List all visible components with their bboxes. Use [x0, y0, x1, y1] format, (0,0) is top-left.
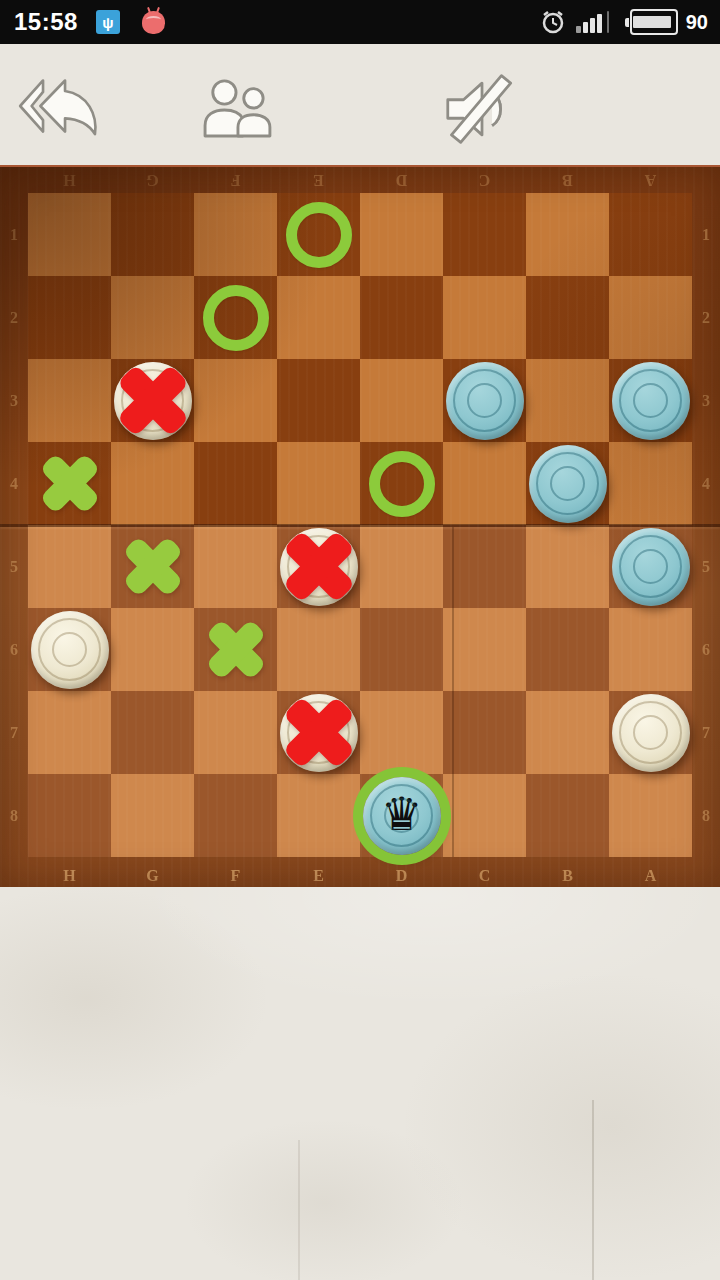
- file-labels-bottom: HGFEDCBA: [28, 861, 692, 890]
- file-label-G: G: [111, 167, 194, 193]
- square-A8: [609, 774, 692, 857]
- square-H2[interactable]: [28, 276, 111, 359]
- square-E8: [277, 774, 360, 857]
- rank-label-6: 6: [692, 608, 720, 691]
- rank-label-2: 2: [692, 276, 720, 359]
- square-D2[interactable]: [360, 276, 443, 359]
- square-B2[interactable]: [526, 276, 609, 359]
- rank-label-1: 1: [0, 193, 28, 276]
- square-E1[interactable]: [277, 193, 360, 276]
- file-label-F: F: [194, 167, 277, 193]
- capture-mark-red-x-E5: [281, 529, 357, 605]
- square-B5: [526, 525, 609, 608]
- square-H3: [28, 359, 111, 442]
- capture-mark-red-x-E7: [281, 695, 357, 771]
- file-label-A: A: [609, 861, 692, 890]
- square-D8[interactable]: ♛: [360, 774, 443, 857]
- move-target-ring-D4[interactable]: [369, 451, 435, 517]
- square-B8[interactable]: [526, 774, 609, 857]
- square-H7: [28, 691, 111, 774]
- square-H8[interactable]: [28, 774, 111, 857]
- file-label-B: B: [526, 861, 609, 890]
- file-label-H: H: [28, 167, 111, 193]
- square-E7[interactable]: [277, 691, 360, 774]
- paper-crease: [298, 1140, 300, 1280]
- file-label-G: G: [111, 861, 194, 890]
- square-D5: [360, 525, 443, 608]
- square-C1[interactable]: [443, 193, 526, 276]
- white-man-H6[interactable]: [31, 611, 109, 689]
- file-label-D: D: [360, 861, 443, 890]
- square-E2: [277, 276, 360, 359]
- menu-button[interactable]: [664, 78, 684, 134]
- rank-label-8: 8: [0, 774, 28, 857]
- square-C8: [443, 774, 526, 857]
- square-A2: [609, 276, 692, 359]
- square-C7[interactable]: [443, 691, 526, 774]
- paper-footer-area: [0, 885, 720, 1280]
- paper-crease: [592, 1100, 594, 1280]
- square-B4[interactable]: [526, 442, 609, 525]
- square-F5: [194, 525, 277, 608]
- square-D7: [360, 691, 443, 774]
- square-E5[interactable]: [277, 525, 360, 608]
- rank-label-5: 5: [692, 525, 720, 608]
- square-E4: [277, 442, 360, 525]
- app-notification-icon: [142, 11, 165, 34]
- back-button[interactable]: [14, 74, 102, 141]
- file-label-H: H: [28, 861, 111, 890]
- square-H5: [28, 525, 111, 608]
- players-button[interactable]: [198, 78, 276, 141]
- file-label-F: F: [194, 861, 277, 890]
- usb-icon: ψ: [96, 10, 120, 34]
- file-label-E: E: [277, 861, 360, 890]
- move-target-ring-E1[interactable]: [286, 202, 352, 268]
- square-E6: [277, 608, 360, 691]
- square-H6[interactable]: [28, 608, 111, 691]
- rank-label-3: 3: [0, 359, 28, 442]
- square-A7[interactable]: [609, 691, 692, 774]
- square-G3[interactable]: [111, 359, 194, 442]
- rank-labels-right: 12345678: [692, 193, 720, 857]
- rank-label-4: 4: [0, 442, 28, 525]
- file-label-B: B: [526, 167, 609, 193]
- checkers-board: HGFEDCBA HGFEDCBA 12345678 12345678 ♛: [0, 165, 720, 887]
- signal-strength-icon: [576, 11, 609, 33]
- rank-label-7: 7: [0, 691, 28, 774]
- square-G6: [111, 608, 194, 691]
- white-man-A7[interactable]: [612, 694, 690, 772]
- square-F1: [194, 193, 277, 276]
- square-G7[interactable]: [111, 691, 194, 774]
- rank-label-5: 5: [0, 525, 28, 608]
- square-D3: [360, 359, 443, 442]
- board-squares: ♛: [28, 193, 692, 857]
- square-E3[interactable]: [277, 359, 360, 442]
- square-A6: [609, 608, 692, 691]
- square-G4: [111, 442, 194, 525]
- square-A1[interactable]: [609, 193, 692, 276]
- square-F3: [194, 359, 277, 442]
- square-A5[interactable]: [609, 525, 692, 608]
- square-B7: [526, 691, 609, 774]
- file-label-C: C: [443, 861, 526, 890]
- rank-label-7: 7: [692, 691, 720, 774]
- square-F8[interactable]: [194, 774, 277, 857]
- capture-mark-red-x-G3: [115, 363, 191, 439]
- square-C2: [443, 276, 526, 359]
- rank-label-8: 8: [692, 774, 720, 857]
- sound-button[interactable]: [440, 72, 524, 149]
- blue-man-A3[interactable]: [612, 362, 690, 440]
- square-F7: [194, 691, 277, 774]
- clock-time: 15:58: [14, 8, 78, 36]
- path-mark-green-x-G5[interactable]: [121, 535, 185, 599]
- square-C5[interactable]: [443, 525, 526, 608]
- square-D6[interactable]: [360, 608, 443, 691]
- rank-label-4: 4: [692, 442, 720, 525]
- battery-icon: [625, 9, 678, 35]
- two-players-icon: [198, 78, 276, 138]
- square-A3[interactable]: [609, 359, 692, 442]
- square-D1: [360, 193, 443, 276]
- square-B3: [526, 359, 609, 442]
- rank-labels-left: 12345678: [0, 193, 28, 857]
- path-mark-green-x-F6[interactable]: [204, 618, 268, 682]
- toolbar: [0, 44, 720, 165]
- rank-label-2: 2: [0, 276, 28, 359]
- file-label-A: A: [609, 167, 692, 193]
- file-label-C: C: [443, 167, 526, 193]
- square-H1: [28, 193, 111, 276]
- path-mark-green-x-H4[interactable]: [38, 452, 102, 516]
- battery-percent: 90: [686, 11, 708, 34]
- rank-label-1: 1: [692, 193, 720, 276]
- king-crown-icon: ♛: [381, 791, 422, 837]
- blue-king-D8[interactable]: ♛: [363, 777, 441, 855]
- move-target-ring-F2[interactable]: [203, 285, 269, 351]
- square-C4: [443, 442, 526, 525]
- file-label-E: E: [277, 167, 360, 193]
- file-label-D: D: [360, 167, 443, 193]
- sound-muted-icon: [440, 72, 524, 146]
- blue-man-B4[interactable]: [529, 445, 607, 523]
- square-F4[interactable]: [194, 442, 277, 525]
- rank-label-6: 6: [0, 608, 28, 691]
- square-G8: [111, 774, 194, 857]
- blue-man-C3[interactable]: [446, 362, 524, 440]
- square-B1: [526, 193, 609, 276]
- file-labels-top: HGFEDCBA: [28, 167, 692, 193]
- square-G5[interactable]: [111, 525, 194, 608]
- square-H4[interactable]: [28, 442, 111, 525]
- square-C3[interactable]: [443, 359, 526, 442]
- alarm-clock-icon: [540, 9, 566, 35]
- square-B6[interactable]: [526, 608, 609, 691]
- square-F6[interactable]: [194, 608, 277, 691]
- square-F2[interactable]: [194, 276, 277, 359]
- blue-man-A5[interactable]: [612, 528, 690, 606]
- square-D4[interactable]: [360, 442, 443, 525]
- square-A4: [609, 442, 692, 525]
- square-G2: [111, 276, 194, 359]
- square-C6: [443, 608, 526, 691]
- undo-back-arrow-icon: [14, 74, 102, 138]
- status-bar: 15:58 ψ 90: [0, 0, 720, 44]
- square-G1[interactable]: [111, 193, 194, 276]
- rank-label-3: 3: [692, 359, 720, 442]
